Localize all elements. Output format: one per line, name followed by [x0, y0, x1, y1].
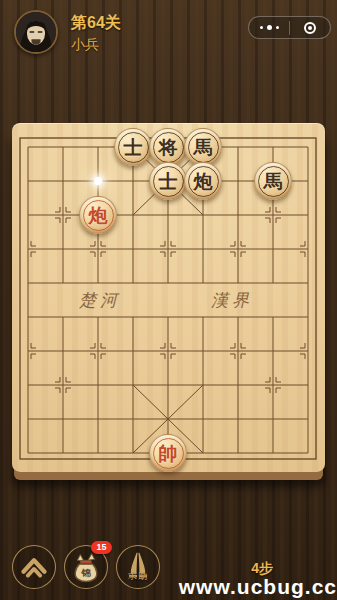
exit-button[interactable] — [290, 17, 330, 38]
piece-glyph: 炮 — [89, 206, 108, 225]
black-piece-炮[interactable]: 炮 — [184, 162, 222, 200]
red-piece-帥[interactable]: 帥 — [149, 434, 187, 472]
miniprogram-capsule — [248, 16, 331, 39]
black-piece-馬[interactable]: 馬 — [184, 128, 222, 166]
chevron-up-icon — [13, 545, 55, 589]
piece-glyph: 馬 — [194, 138, 213, 157]
black-piece-士[interactable]: 士 — [149, 162, 187, 200]
avatar-portrait-icon — [16, 12, 56, 52]
more-dots-icon — [260, 26, 263, 29]
more-button[interactable] — [249, 17, 289, 38]
last-move-indicator — [94, 177, 102, 185]
avatar[interactable] — [14, 10, 58, 54]
black-piece-士[interactable]: 士 — [114, 128, 152, 166]
rank-label: 小兵 — [71, 36, 99, 54]
piece-glyph: 士 — [159, 172, 178, 191]
black-piece-将[interactable]: 将 — [149, 128, 187, 166]
exit-icon — [304, 22, 316, 34]
piece-glyph: 将 — [159, 138, 178, 157]
hint-count-badge: 15 — [91, 541, 112, 554]
red-piece-炮[interactable]: 炮 — [79, 196, 117, 234]
hint-bag-button[interactable]: 锦 15 — [64, 545, 108, 589]
more-dots-icon — [267, 25, 272, 30]
pieces-layer: 士将馬士炮馬炮帥 — [11, 130, 326, 470]
level-title: 第64关 — [71, 13, 121, 34]
piece-glyph: 士 — [124, 138, 143, 157]
svg-text:锦: 锦 — [80, 567, 91, 578]
piece-glyph: 馬 — [264, 172, 283, 191]
menu-button[interactable] — [12, 545, 56, 589]
piece-glyph: 帥 — [159, 444, 178, 463]
ask-help-button[interactable]: 求助 — [116, 545, 160, 589]
help-label: 求助 — [117, 570, 159, 583]
black-piece-馬[interactable]: 馬 — [254, 162, 292, 200]
watermark: www.ucbug.cc — [179, 575, 337, 599]
piece-glyph: 炮 — [194, 172, 213, 191]
app-screen: 第64关 小兵 楚河 漢界 士将馬士炮馬炮帥 — [0, 0, 337, 600]
header: 第64关 小兵 — [0, 0, 337, 64]
xiangqi-board[interactable]: 楚河 漢界 士将馬士炮馬炮帥 — [12, 123, 325, 472]
more-dots-icon — [276, 26, 279, 29]
